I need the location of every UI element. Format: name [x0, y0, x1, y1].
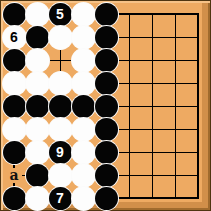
white-stone	[26, 72, 49, 95]
white-stone	[72, 118, 95, 141]
point-label-a[interactable]: a	[7, 168, 22, 183]
white-stone	[72, 3, 95, 26]
white-stone	[49, 164, 72, 187]
white-stone	[26, 118, 49, 141]
white-stone	[72, 49, 95, 72]
black-stone	[3, 3, 26, 26]
black-stone	[49, 95, 72, 118]
stone-number: 7	[56, 187, 64, 210]
white-stone	[49, 26, 72, 49]
black-stone	[95, 164, 118, 187]
grid-line-vertical	[197, 13, 199, 199]
white-stone: 6	[3, 26, 26, 49]
black-stone	[26, 26, 49, 49]
black-stone	[26, 95, 49, 118]
black-stone	[95, 72, 118, 95]
white-stone	[49, 72, 72, 95]
stone-number: 9	[56, 141, 64, 164]
black-stone: 5	[49, 3, 72, 26]
white-stone	[26, 3, 49, 26]
black-stone	[95, 26, 118, 49]
black-stone	[3, 187, 26, 210]
black-stone	[3, 95, 26, 118]
go-diagram: 5697a	[0, 0, 211, 211]
black-stone: 7	[49, 187, 72, 210]
white-stone	[72, 187, 95, 210]
grid-line-vertical	[175, 13, 176, 199]
white-stone	[3, 72, 26, 95]
black-stone	[95, 49, 118, 72]
white-stone	[72, 26, 95, 49]
white-stone	[26, 141, 49, 164]
white-stone	[49, 118, 72, 141]
black-stone	[72, 95, 95, 118]
black-stone: 9	[49, 141, 72, 164]
go-board[interactable]: 5697a	[0, 0, 211, 211]
white-stone	[26, 187, 49, 210]
black-stone	[95, 95, 118, 118]
white-stone	[72, 141, 95, 164]
stone-number: 5	[56, 3, 64, 26]
black-stone	[95, 118, 118, 141]
black-stone	[3, 49, 26, 72]
white-stone	[72, 72, 95, 95]
black-stone	[95, 3, 118, 26]
grid-line-vertical	[129, 13, 130, 199]
black-stone	[95, 187, 118, 210]
white-stone	[26, 49, 49, 72]
white-stone	[3, 118, 26, 141]
black-stone	[26, 164, 49, 187]
white-stone	[72, 164, 95, 187]
black-stone	[3, 141, 26, 164]
grid-line-vertical	[152, 13, 153, 199]
black-stone	[95, 141, 118, 164]
stone-number: 6	[10, 26, 18, 49]
